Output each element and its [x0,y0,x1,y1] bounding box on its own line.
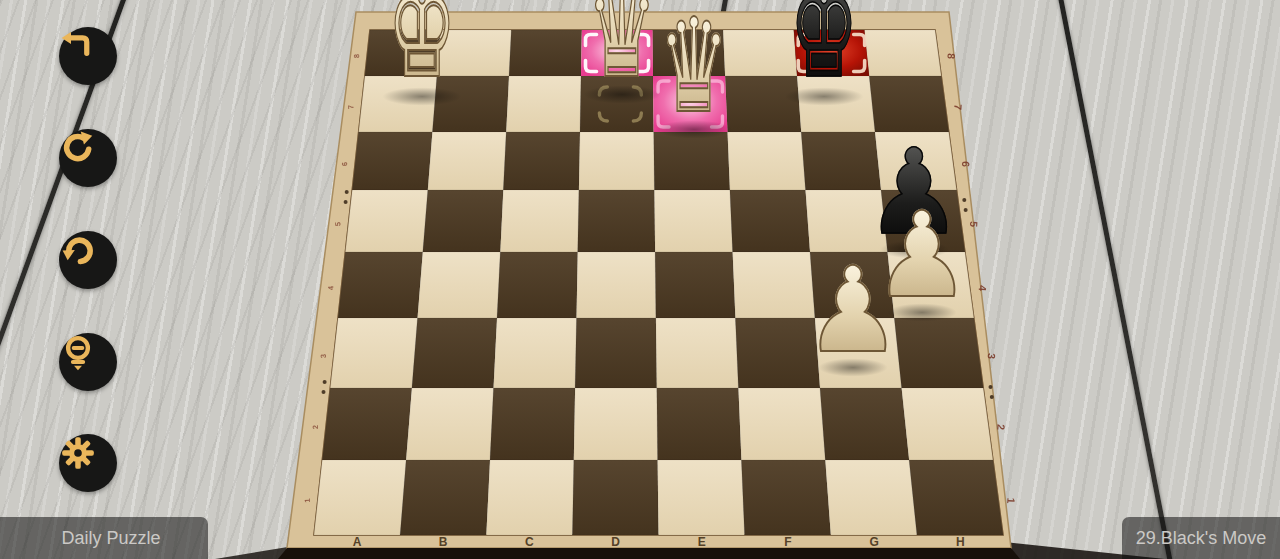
hinge-dot [990,395,994,399]
move-indicator-label: 29.Black's Move [1136,528,1267,549]
square-a3[interactable] [330,318,417,388]
file-label-F: F [784,535,791,549]
square-g2[interactable] [820,388,909,460]
redo-circular-arrow-icon [59,129,97,167]
back-button[interactable] [59,27,117,85]
square-f4[interactable] [733,252,815,318]
square-a2[interactable] [322,388,412,460]
daily-puzzle-label: Daily Puzzle [61,528,160,549]
square-f1[interactable] [741,460,830,535]
hinge-dot [344,200,348,204]
file-label-E: E [698,535,706,549]
square-a6[interactable] [352,132,432,190]
square-c6[interactable] [503,132,580,190]
square-a1[interactable] [314,460,406,535]
square-f6[interactable] [728,132,806,190]
square-a4[interactable] [338,252,423,318]
rank-label-left-2: 2 [311,425,320,430]
piece-bK-g8[interactable]: ♚ [790,0,859,98]
square-h8[interactable] [864,30,941,76]
square-b4[interactable] [418,252,501,318]
rank-label-left-8: 8 [352,54,361,59]
square-c3[interactable] [494,318,577,388]
square-e2[interactable] [657,388,742,460]
square-e3[interactable] [656,318,739,388]
piece-wP-g3[interactable]: ♟ [804,251,901,369]
rank-label-right-3: 3 [986,353,998,360]
undo-arc-arrow-icon [59,231,97,269]
rank-label-left-1: 1 [303,498,312,503]
square-f2[interactable] [738,388,825,460]
piece-wK-a8[interactable]: ♚ [388,0,457,98]
square-h1[interactable] [909,460,1003,535]
square-f8[interactable] [723,30,797,76]
hinge-dot [988,385,992,389]
board-underside [278,548,1020,559]
file-label-D: D [611,535,620,549]
return-arrow-icon [59,27,95,63]
file-label-A: A [353,535,362,549]
square-d5[interactable] [578,190,655,252]
rank-label-right-8: 8 [945,53,957,60]
file-label-H: H [956,535,965,549]
rank-label-left-7: 7 [346,105,355,110]
lightbulb-icon [59,333,97,371]
square-b3[interactable] [412,318,497,388]
rank-label-left-6: 6 [340,162,349,167]
hinge-dot [345,190,349,194]
daily-puzzle-bar: Daily Puzzle [0,517,208,559]
square-e5[interactable] [654,190,732,252]
square-b2[interactable] [406,388,493,460]
rank-label-right-7: 7 [952,104,964,111]
rank-label-left-3: 3 [319,354,328,359]
square-b5[interactable] [423,190,504,252]
gear-icon [59,434,97,472]
app-root: ABCDEFGH1122334455667788 ♚♛♚♛♟♟♟ [0,0,1280,559]
move-indicator-bar: 29.Black's Move [1122,517,1280,559]
square-b1[interactable] [400,460,490,535]
square-e1[interactable] [658,460,745,535]
square-c8[interactable] [509,30,582,76]
square-c4[interactable] [497,252,578,318]
square-a5[interactable] [345,190,427,252]
file-label-B: B [439,535,448,549]
square-d4[interactable] [577,252,656,318]
square-c2[interactable] [490,388,575,460]
piece-wQ-e7[interactable]: ♛ [659,1,729,131]
square-h3[interactable] [894,318,983,388]
square-g1[interactable] [825,460,917,535]
file-label-G: G [870,535,879,549]
square-e4[interactable] [655,252,735,318]
rank-label-right-4: 4 [977,285,989,292]
rank-label-left-5: 5 [333,222,342,227]
square-d3[interactable] [575,318,657,388]
hinge-dot [322,390,326,394]
square-h2[interactable] [902,388,993,460]
hinge-dot [323,380,327,384]
square-d2[interactable] [574,388,658,460]
square-c7[interactable] [506,76,581,132]
settings-button[interactable] [59,434,117,492]
square-f5[interactable] [730,190,810,252]
square-c1[interactable] [486,460,574,535]
rank-label-right-1: 1 [1005,497,1017,504]
hint-button[interactable] [59,333,117,391]
square-b6[interactable] [428,132,506,190]
redo-button[interactable] [59,129,117,187]
rank-label-right-2: 2 [995,424,1007,431]
square-d1[interactable] [572,460,658,535]
square-c5[interactable] [500,190,579,252]
file-label-C: C [525,535,534,549]
piece-wQ-d8[interactable]: ♛ [587,0,657,96]
square-d6[interactable] [579,132,655,190]
undo-button[interactable] [59,231,117,289]
